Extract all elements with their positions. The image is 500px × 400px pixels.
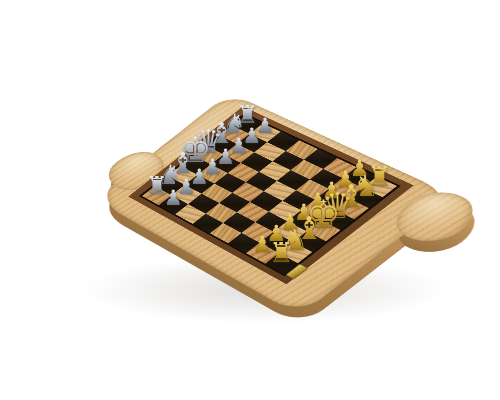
product-photo-scene: ♜♞♝♛♚♝♞♜♟♟♟♟♟♟♟♟♜♞♝♛♚♝♞♜♟♟♟♟♟♟♟♟ <box>0 0 500 400</box>
